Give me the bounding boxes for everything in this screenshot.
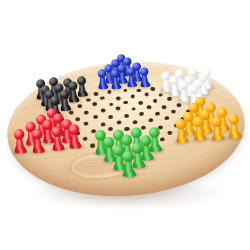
peg-head bbox=[139, 68, 148, 77]
hole[interactable] bbox=[108, 115, 113, 119]
peg-green[interactable] bbox=[121, 150, 137, 176]
hole[interactable] bbox=[75, 117, 80, 121]
hole[interactable] bbox=[139, 111, 144, 115]
hole[interactable] bbox=[124, 113, 129, 117]
hole[interactable] bbox=[123, 100, 128, 104]
hole[interactable] bbox=[107, 90, 112, 94]
peg-base bbox=[176, 138, 188, 144]
peg-head bbox=[50, 95, 60, 105]
peg-red[interactable] bbox=[67, 124, 81, 148]
hole[interactable] bbox=[130, 94, 135, 98]
hole[interactable] bbox=[100, 122, 105, 126]
hole[interactable] bbox=[144, 93, 149, 97]
hole[interactable] bbox=[116, 107, 121, 111]
peg-head bbox=[188, 84, 198, 94]
peg-base bbox=[127, 83, 137, 88]
hole[interactable] bbox=[101, 109, 106, 113]
hole[interactable] bbox=[167, 130, 173, 135]
peg-base bbox=[32, 148, 44, 154]
hole[interactable] bbox=[155, 112, 160, 116]
hole[interactable] bbox=[138, 101, 143, 105]
hole[interactable] bbox=[131, 107, 136, 111]
hole[interactable] bbox=[123, 88, 128, 92]
hole[interactable] bbox=[84, 122, 89, 126]
peg-head bbox=[31, 129, 42, 140]
peg-head bbox=[211, 116, 222, 127]
hole[interactable] bbox=[132, 120, 137, 124]
peg-blue[interactable] bbox=[125, 67, 137, 87]
board-tilt-wrapper bbox=[0, 0, 250, 250]
hole[interactable] bbox=[100, 96, 105, 100]
hole[interactable] bbox=[148, 118, 153, 122]
peg-base bbox=[194, 136, 206, 142]
peg-head bbox=[175, 118, 186, 129]
board-grid bbox=[0, 0, 250, 250]
peg-yellow[interactable] bbox=[192, 116, 206, 140]
hole[interactable] bbox=[137, 89, 142, 93]
peg-blue[interactable] bbox=[97, 69, 109, 89]
hole[interactable] bbox=[82, 136, 88, 141]
peg-base bbox=[111, 85, 121, 90]
hole[interactable] bbox=[93, 115, 98, 119]
peg-base bbox=[15, 148, 27, 154]
peg-blue[interactable] bbox=[110, 69, 122, 89]
hole[interactable] bbox=[150, 87, 155, 91]
hole[interactable] bbox=[170, 110, 175, 114]
hole[interactable] bbox=[109, 102, 114, 106]
peg-head bbox=[51, 126, 62, 137]
hole[interactable] bbox=[167, 97, 172, 101]
peg-base bbox=[60, 106, 71, 111]
peg-base bbox=[98, 85, 108, 90]
chinese-checkers-photo bbox=[0, 0, 250, 250]
hole[interactable] bbox=[152, 99, 157, 103]
peg-red[interactable] bbox=[50, 126, 64, 150]
peg-red[interactable] bbox=[30, 128, 44, 152]
peg-red[interactable] bbox=[13, 128, 27, 152]
hole[interactable] bbox=[146, 105, 151, 109]
hole[interactable] bbox=[116, 96, 121, 100]
peg-yellow[interactable] bbox=[174, 118, 188, 142]
peg-blue[interactable] bbox=[138, 67, 150, 87]
peg-head bbox=[193, 116, 204, 127]
hole[interactable] bbox=[161, 105, 166, 109]
peg-head bbox=[98, 69, 107, 78]
hole[interactable] bbox=[116, 120, 121, 124]
peg-base bbox=[140, 83, 150, 88]
peg-base bbox=[52, 146, 64, 152]
peg-head bbox=[122, 150, 134, 162]
peg-base bbox=[211, 136, 223, 142]
hole[interactable] bbox=[158, 93, 163, 97]
peg-head bbox=[59, 89, 69, 99]
peg-yellow[interactable] bbox=[209, 116, 223, 140]
hole[interactable] bbox=[164, 116, 169, 120]
peg-head bbox=[68, 124, 79, 135]
hole[interactable] bbox=[86, 98, 91, 102]
hole[interactable] bbox=[92, 102, 97, 106]
peg-base bbox=[229, 134, 241, 140]
peg-base bbox=[69, 144, 81, 150]
peg-head bbox=[14, 129, 25, 140]
peg-yellow[interactable] bbox=[227, 114, 241, 138]
peg-head bbox=[111, 69, 120, 78]
peg-head bbox=[126, 67, 135, 76]
hole[interactable] bbox=[176, 103, 181, 107]
peg-head bbox=[228, 114, 239, 125]
hole[interactable] bbox=[84, 111, 89, 115]
hole[interactable] bbox=[77, 104, 82, 108]
hole[interactable] bbox=[93, 92, 98, 96]
